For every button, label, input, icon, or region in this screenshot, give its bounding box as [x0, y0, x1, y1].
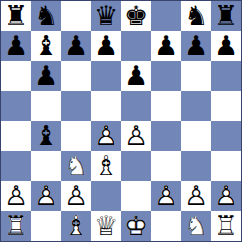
black-piece-glyph: ♞ — [181, 1, 211, 31]
black-piece-glyph: ♟ — [121, 61, 151, 91]
white-bishop: ♝♗ — [91, 151, 121, 181]
square-d8[interactable]: ♛ — [91, 1, 121, 31]
square-a2[interactable]: ♟♙ — [1, 181, 31, 211]
square-f1[interactable] — [151, 211, 181, 241]
white-piece-outline: ♘ — [181, 211, 211, 241]
white-pawn: ♟♙ — [61, 181, 91, 211]
black-pawn: ♟ — [211, 31, 241, 61]
square-h3[interactable] — [211, 151, 241, 181]
white-piece-outline: ♙ — [1, 181, 31, 211]
square-h6[interactable] — [211, 61, 241, 91]
white-king: ♚♔ — [121, 211, 151, 241]
white-piece-outline: ♙ — [91, 121, 121, 151]
black-pawn: ♟ — [151, 31, 181, 61]
white-piece-outline: ♙ — [61, 181, 91, 211]
chess-board: ♜♞♛♚♞♜♟♝♟♟♟♟♟♟♟♝♟♙♟♙♞♘♝♗♟♙♟♙♟♙♟♙♟♙♟♙♜♖♝♗… — [0, 0, 242, 242]
square-f7[interactable]: ♟ — [151, 31, 181, 61]
white-piece-fill: ♝ — [91, 151, 121, 181]
square-h7[interactable]: ♟ — [211, 31, 241, 61]
black-rook: ♜ — [1, 1, 31, 31]
black-pawn: ♟ — [31, 61, 61, 91]
white-knight: ♞♘ — [61, 151, 91, 181]
white-pawn: ♟♙ — [151, 181, 181, 211]
white-bishop: ♝♗ — [61, 211, 91, 241]
black-piece-glyph: ♛ — [91, 1, 121, 31]
white-piece-outline: ♙ — [181, 181, 211, 211]
white-pawn: ♟♙ — [31, 181, 61, 211]
white-pawn: ♟♙ — [181, 181, 211, 211]
square-c5[interactable] — [61, 91, 91, 121]
square-a6[interactable] — [1, 61, 31, 91]
square-g7[interactable]: ♟ — [181, 31, 211, 61]
white-queen: ♛♕ — [91, 211, 121, 241]
square-g3[interactable] — [181, 151, 211, 181]
white-piece-outline: ♙ — [151, 181, 181, 211]
white-piece-outline: ♔ — [121, 211, 151, 241]
black-piece-glyph: ♞ — [31, 1, 61, 31]
square-a1[interactable]: ♜♖ — [1, 211, 31, 241]
black-pawn: ♟ — [121, 61, 151, 91]
square-a7[interactable]: ♟ — [1, 31, 31, 61]
white-piece-outline: ♙ — [121, 121, 151, 151]
black-piece-glyph: ♜ — [1, 1, 31, 31]
black-piece-glyph: ♟ — [31, 61, 61, 91]
white-piece-outline: ♖ — [211, 211, 241, 241]
square-b2[interactable]: ♟♙ — [31, 181, 61, 211]
square-d4[interactable]: ♟♙ — [91, 121, 121, 151]
square-b5[interactable] — [31, 91, 61, 121]
square-c2[interactable]: ♟♙ — [61, 181, 91, 211]
black-piece-glyph: ♟ — [151, 31, 181, 61]
square-a8[interactable]: ♜ — [1, 1, 31, 31]
white-piece-outline: ♙ — [31, 181, 61, 211]
square-h8[interactable]: ♜ — [211, 1, 241, 31]
square-g2[interactable]: ♟♙ — [181, 181, 211, 211]
white-knight: ♞♘ — [181, 211, 211, 241]
square-h4[interactable] — [211, 121, 241, 151]
square-g6[interactable] — [181, 61, 211, 91]
square-a3[interactable] — [1, 151, 31, 181]
square-b1[interactable] — [31, 211, 61, 241]
white-pawn: ♟♙ — [121, 121, 151, 151]
square-d5[interactable] — [91, 91, 121, 121]
black-piece-glyph: ♟ — [211, 31, 241, 61]
white-pawn: ♟♙ — [1, 181, 31, 211]
white-piece-fill: ♟ — [181, 181, 211, 211]
square-g4[interactable] — [181, 121, 211, 151]
square-e6[interactable]: ♟ — [121, 61, 151, 91]
black-piece-glyph: ♟ — [91, 31, 121, 61]
square-d3[interactable]: ♝♗ — [91, 151, 121, 181]
square-d6[interactable] — [91, 61, 121, 91]
black-piece-glyph: ♝ — [31, 121, 61, 151]
black-knight: ♞ — [181, 1, 211, 31]
square-c4[interactable] — [61, 121, 91, 151]
black-pawn: ♟ — [61, 31, 91, 61]
white-piece-fill: ♛ — [91, 211, 121, 241]
black-queen: ♛ — [91, 1, 121, 31]
white-pawn: ♟♙ — [91, 121, 121, 151]
square-d7[interactable]: ♟ — [91, 31, 121, 61]
white-piece-fill: ♜ — [1, 211, 31, 241]
black-pawn: ♟ — [1, 31, 31, 61]
square-d2[interactable] — [91, 181, 121, 211]
square-e8[interactable]: ♚ — [121, 1, 151, 31]
black-piece-glyph: ♜ — [211, 1, 241, 31]
square-e7[interactable] — [121, 31, 151, 61]
square-h5[interactable] — [211, 91, 241, 121]
white-piece-outline: ♙ — [211, 181, 241, 211]
black-bishop: ♝ — [31, 31, 61, 61]
square-f8[interactable] — [151, 1, 181, 31]
square-a5[interactable] — [1, 91, 31, 121]
white-piece-outline: ♗ — [91, 151, 121, 181]
square-e1[interactable]: ♚♔ — [121, 211, 151, 241]
square-g8[interactable]: ♞ — [181, 1, 211, 31]
square-b6[interactable]: ♟ — [31, 61, 61, 91]
black-pawn: ♟ — [181, 31, 211, 61]
white-piece-fill: ♝ — [61, 211, 91, 241]
square-b7[interactable]: ♝ — [31, 31, 61, 61]
square-e4[interactable]: ♟♙ — [121, 121, 151, 151]
black-pawn: ♟ — [91, 31, 121, 61]
square-b4[interactable]: ♝ — [31, 121, 61, 151]
square-f6[interactable] — [151, 61, 181, 91]
white-rook: ♜♖ — [1, 211, 31, 241]
white-piece-outline: ♖ — [1, 211, 31, 241]
square-e5[interactable] — [121, 91, 151, 121]
white-piece-fill: ♜ — [211, 211, 241, 241]
black-piece-glyph: ♟ — [61, 31, 91, 61]
square-b3[interactable] — [31, 151, 61, 181]
black-king: ♚ — [121, 1, 151, 31]
square-c6[interactable] — [61, 61, 91, 91]
square-f4[interactable] — [151, 121, 181, 151]
white-piece-outline: ♗ — [61, 211, 91, 241]
white-pawn: ♟♙ — [211, 181, 241, 211]
square-f5[interactable] — [151, 91, 181, 121]
square-f3[interactable] — [151, 151, 181, 181]
white-piece-outline: ♘ — [61, 151, 91, 181]
white-piece-fill: ♟ — [91, 121, 121, 151]
black-piece-glyph: ♝ — [31, 31, 61, 61]
white-rook: ♜♖ — [211, 211, 241, 241]
white-piece-fill: ♞ — [61, 151, 91, 181]
black-rook: ♜ — [211, 1, 241, 31]
white-piece-fill: ♞ — [181, 211, 211, 241]
square-h2[interactable]: ♟♙ — [211, 181, 241, 211]
chess-board-container: ♜♞♛♚♞♜♟♝♟♟♟♟♟♟♟♝♟♙♟♙♞♘♝♗♟♙♟♙♟♙♟♙♟♙♟♙♜♖♝♗… — [0, 0, 242, 242]
square-b8[interactable]: ♞ — [31, 1, 61, 31]
white-piece-outline: ♕ — [91, 211, 121, 241]
square-c3[interactable]: ♞♘ — [61, 151, 91, 181]
white-piece-fill: ♚ — [121, 211, 151, 241]
black-knight: ♞ — [31, 1, 61, 31]
square-c1[interactable]: ♝♗ — [61, 211, 91, 241]
white-piece-fill: ♟ — [151, 181, 181, 211]
square-d1[interactable]: ♛♕ — [91, 211, 121, 241]
square-e2[interactable] — [121, 181, 151, 211]
square-c8[interactable] — [61, 1, 91, 31]
black-bishop: ♝ — [31, 121, 61, 151]
white-piece-fill: ♟ — [211, 181, 241, 211]
square-g5[interactable] — [181, 91, 211, 121]
white-piece-fill: ♟ — [31, 181, 61, 211]
white-piece-fill: ♟ — [61, 181, 91, 211]
square-c7[interactable]: ♟ — [61, 31, 91, 61]
square-f2[interactable]: ♟♙ — [151, 181, 181, 211]
square-a4[interactable] — [1, 121, 31, 151]
white-piece-fill: ♟ — [1, 181, 31, 211]
square-h1[interactable]: ♜♖ — [211, 211, 241, 241]
black-piece-glyph: ♟ — [181, 31, 211, 61]
square-e3[interactable] — [121, 151, 151, 181]
square-g1[interactable]: ♞♘ — [181, 211, 211, 241]
white-piece-fill: ♟ — [121, 121, 151, 151]
black-piece-glyph: ♟ — [1, 31, 31, 61]
black-piece-glyph: ♚ — [121, 1, 151, 31]
